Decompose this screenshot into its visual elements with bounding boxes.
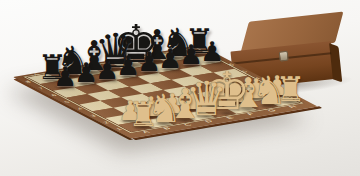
box-clasp-icon xyxy=(279,51,289,62)
square-a7[interactable]: ♟ xyxy=(40,80,74,90)
product-scene: ♜♞♝♛♚♝♞♜♟♟♟♟♟♟♟♟♟♟♟♟♟♟♟♟♜♞♝♛♚♝♞♜ AABBCCD… xyxy=(0,0,360,176)
piece-black-pawn[interactable]: ♟ xyxy=(41,65,89,90)
piece-white-rook[interactable]: ♜ xyxy=(119,99,167,130)
square-a1[interactable]: ♜ xyxy=(118,121,152,131)
